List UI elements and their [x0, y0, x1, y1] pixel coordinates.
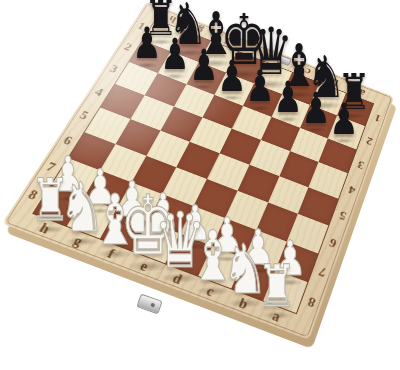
chess-set-product-photo: hgfedcbahgfedcba1234567812345678 ♜♞♝♛♚♝♞…	[0, 0, 400, 370]
chess-pieces-layer: ♜♞♝♛♚♝♞♜♟♟♟♟♟♟♟♟♟♟♟♟♟♟♟♟♜♞♝♛♚♝♞♜	[0, 0, 400, 370]
